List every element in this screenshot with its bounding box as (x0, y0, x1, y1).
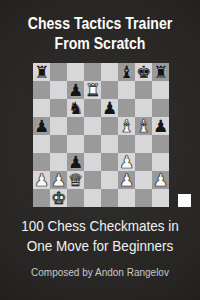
square-d1 (84, 189, 101, 207)
black-bishop: ♝ (119, 64, 134, 81)
square-f3: ♟ (118, 153, 135, 171)
square-d3 (84, 153, 101, 171)
square-a1 (33, 189, 50, 207)
subtitle-line-2: One Move for Beginners (10, 236, 190, 256)
title-line-2: From Scratch (12, 34, 188, 54)
square-e1 (101, 189, 118, 207)
square-h8: ♜ (152, 63, 169, 81)
square-c4 (67, 135, 84, 153)
square-a7 (33, 81, 50, 99)
square-b5 (50, 117, 67, 135)
square-a8: ♜ (33, 63, 50, 81)
square-f7 (118, 81, 135, 99)
square-f1 (118, 189, 135, 207)
black-rook: ♜ (34, 64, 49, 81)
square-d2 (84, 171, 101, 189)
square-b2: ♟ (50, 171, 67, 189)
book-cover: Chess Tactics Trainer From Scratch ♜♝♚♜♟… (0, 0, 200, 300)
square-e5 (101, 117, 118, 135)
square-e6: ♟ (101, 99, 118, 117)
book-title: Chess Tactics Trainer From Scratch (0, 14, 200, 54)
white-pawn: ♟ (119, 154, 134, 171)
black-rook: ♜ (153, 64, 168, 81)
square-f2: ♟ (118, 171, 135, 189)
square-b4 (50, 135, 67, 153)
title-line-1: Chess Tactics Trainer (12, 14, 188, 34)
square-h2: ♟ (152, 171, 169, 189)
square-c8 (67, 63, 84, 81)
black-pawn: ♟ (102, 100, 117, 117)
square-a5: ♟ (33, 117, 50, 135)
book-subtitle: 100 Chess Checkmates in One Move for Beg… (0, 216, 200, 256)
square-e2 (101, 171, 118, 189)
square-g1 (135, 189, 152, 207)
square-g8: ♚ (135, 63, 152, 81)
square-f6 (118, 99, 135, 117)
square-c7: ♟ (67, 81, 84, 99)
square-d7: ♜ (84, 81, 101, 99)
square-c5 (67, 117, 84, 135)
square-g2 (135, 171, 152, 189)
black-knight: ♞ (68, 100, 83, 117)
white-bishop: ♝ (119, 118, 134, 135)
square-h6 (152, 99, 169, 117)
black-pawn: ♟ (68, 154, 83, 171)
square-h4 (152, 135, 169, 153)
square-g7 (135, 81, 152, 99)
square-e7 (101, 81, 118, 99)
square-b6 (50, 99, 67, 117)
square-b8 (50, 63, 67, 81)
square-b7 (50, 81, 67, 99)
white-to-move-indicator (178, 194, 191, 207)
white-queen: ♛ (68, 172, 83, 189)
square-d6 (84, 99, 101, 117)
square-f8: ♝ (118, 63, 135, 81)
square-b1: ♚ (50, 189, 67, 207)
white-bishop: ♝ (136, 118, 151, 135)
square-a2: ♟ (33, 171, 50, 189)
white-pawn: ♟ (119, 172, 134, 189)
square-h3 (152, 153, 169, 171)
square-g5: ♝ (135, 117, 152, 135)
square-c3: ♟ (67, 153, 84, 171)
square-h7 (152, 81, 169, 99)
black-pawn: ♟ (68, 82, 83, 99)
square-d4 (84, 135, 101, 153)
white-pawn: ♟ (153, 172, 168, 189)
white-king: ♚ (51, 190, 66, 207)
square-g4 (135, 135, 152, 153)
square-g6 (135, 99, 152, 117)
white-rook: ♜ (85, 82, 100, 99)
black-king: ♚ (136, 64, 151, 81)
square-b3 (50, 153, 67, 171)
square-a6 (33, 99, 50, 117)
black-pawn: ♟ (153, 118, 168, 135)
square-a3 (33, 153, 50, 171)
square-d8 (84, 63, 101, 81)
square-f5: ♝ (118, 117, 135, 135)
white-pawn: ♟ (34, 172, 49, 189)
square-h1 (152, 189, 169, 207)
byline: Composed by Andon Rangelov (0, 266, 200, 279)
chess-board: ♜♝♚♜♟♜♞♟♟♝♝♟♟♟♟♟♛♟♟♚ (33, 63, 169, 207)
square-f4 (118, 135, 135, 153)
subtitle-line-1: 100 Chess Checkmates in (10, 216, 190, 236)
square-e3 (101, 153, 118, 171)
square-e4 (101, 135, 118, 153)
square-c6: ♞ (67, 99, 84, 117)
square-g3 (135, 153, 152, 171)
square-a4 (33, 135, 50, 153)
square-h5: ♟ (152, 117, 169, 135)
square-c2: ♛ (67, 171, 84, 189)
white-pawn: ♟ (51, 172, 66, 189)
square-e8 (101, 63, 118, 81)
black-pawn: ♟ (34, 118, 49, 135)
square-d5 (84, 117, 101, 135)
square-c1 (67, 189, 84, 207)
